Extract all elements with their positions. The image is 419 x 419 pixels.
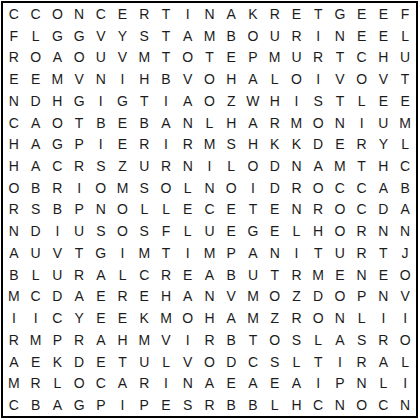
grid-cell[interactable]: B — [394, 177, 416, 199]
grid-cell[interactable]: O — [307, 112, 329, 134]
grid-cell[interactable]: E — [373, 264, 395, 286]
grid-cell[interactable]: A — [373, 177, 395, 199]
grid-cell[interactable]: H — [112, 329, 134, 351]
grid-cell[interactable]: N — [329, 307, 351, 329]
grid-cell[interactable]: U — [373, 112, 395, 134]
grid-cell[interactable]: B — [220, 264, 242, 286]
grid-cell[interactable]: V — [394, 286, 416, 308]
grid-cell[interactable]: T — [307, 3, 329, 25]
grid-cell[interactable]: U — [46, 264, 68, 286]
grid-cell[interactable]: G — [329, 3, 351, 25]
grid-cell[interactable]: L — [307, 329, 329, 351]
grid-cell[interactable]: W — [242, 90, 264, 112]
grid-cell[interactable]: H — [155, 286, 177, 308]
grid-cell[interactable]: C — [90, 373, 112, 395]
grid-cell[interactable]: G — [112, 90, 134, 112]
grid-cell[interactable]: A — [220, 307, 242, 329]
grid-cell[interactable]: A — [199, 373, 221, 395]
grid-cell[interactable]: M — [3, 373, 25, 395]
grid-cell[interactable]: O — [199, 68, 221, 90]
grid-cell[interactable]: D — [264, 155, 286, 177]
grid-cell[interactable]: C — [394, 155, 416, 177]
grid-cell[interactable]: E — [264, 220, 286, 242]
grid-cell[interactable]: E — [264, 199, 286, 221]
grid-cell[interactable]: B — [133, 112, 155, 134]
grid-cell[interactable]: H — [220, 112, 242, 134]
grid-cell[interactable]: R — [155, 264, 177, 286]
grid-cell[interactable]: L — [286, 220, 308, 242]
grid-cell[interactable]: I — [394, 373, 416, 395]
grid-cell[interactable]: N — [264, 242, 286, 264]
grid-cell[interactable]: O — [394, 329, 416, 351]
grid-cell[interactable]: N — [351, 373, 373, 395]
grid-cell[interactable]: A — [242, 373, 264, 395]
grid-cell[interactable]: D — [68, 351, 90, 373]
grid-cell[interactable]: V — [155, 329, 177, 351]
grid-cell[interactable]: S — [307, 90, 329, 112]
grid-cell[interactable]: S — [90, 155, 112, 177]
grid-cell[interactable]: U — [394, 46, 416, 68]
grid-cell[interactable]: V — [68, 68, 90, 90]
grid-cell[interactable]: B — [25, 394, 47, 416]
grid-cell[interactable]: O — [3, 177, 25, 199]
grid-cell[interactable]: Y — [373, 133, 395, 155]
grid-cell[interactable]: M — [394, 112, 416, 134]
grid-cell[interactable]: T — [329, 90, 351, 112]
grid-cell[interactable]: U — [264, 25, 286, 47]
grid-cell[interactable]: T — [373, 242, 395, 264]
grid-cell[interactable]: E — [90, 351, 112, 373]
grid-cell[interactable]: M — [3, 286, 25, 308]
grid-cell[interactable]: A — [394, 199, 416, 221]
grid-cell[interactable]: E — [394, 90, 416, 112]
grid-cell[interactable]: N — [90, 199, 112, 221]
grid-cell[interactable]: L — [394, 25, 416, 47]
grid-cell[interactable]: P — [46, 329, 68, 351]
grid-cell[interactable]: R — [3, 199, 25, 221]
grid-cell[interactable]: O — [307, 307, 329, 329]
grid-cell[interactable]: E — [373, 25, 395, 47]
grid-cell[interactable]: E — [373, 3, 395, 25]
grid-cell[interactable]: C — [3, 112, 25, 134]
grid-cell[interactable]: L — [264, 68, 286, 90]
grid-cell[interactable]: I — [177, 242, 199, 264]
grid-cell[interactable]: A — [220, 3, 242, 25]
grid-cell[interactable]: I — [46, 220, 68, 242]
grid-cell[interactable]: E — [220, 373, 242, 395]
grid-cell[interactable]: R — [286, 177, 308, 199]
grid-cell[interactable]: R — [68, 155, 90, 177]
grid-cell[interactable]: M — [329, 155, 351, 177]
grid-cell[interactable]: A — [46, 46, 68, 68]
grid-cell[interactable]: I — [90, 133, 112, 155]
grid-cell[interactable]: O — [112, 199, 134, 221]
grid-cell[interactable]: A — [155, 112, 177, 134]
grid-cell[interactable]: H — [373, 155, 395, 177]
grid-cell[interactable]: A — [25, 112, 47, 134]
grid-cell[interactable]: D — [264, 177, 286, 199]
grid-cell[interactable]: R — [264, 3, 286, 25]
grid-cell[interactable]: R — [286, 25, 308, 47]
grid-cell[interactable]: I — [177, 3, 199, 25]
grid-cell[interactable]: R — [307, 199, 329, 221]
grid-cell[interactable]: H — [307, 220, 329, 242]
grid-cell[interactable]: G — [46, 133, 68, 155]
grid-cell[interactable]: T — [242, 329, 264, 351]
grid-cell[interactable]: I — [68, 177, 90, 199]
grid-cell[interactable]: I — [177, 329, 199, 351]
grid-cell[interactable]: E — [220, 220, 242, 242]
grid-cell[interactable]: O — [242, 25, 264, 47]
grid-cell[interactable]: M — [307, 264, 329, 286]
grid-cell[interactable]: J — [394, 242, 416, 264]
grid-cell[interactable]: L — [351, 90, 373, 112]
grid-cell[interactable]: A — [286, 373, 308, 395]
grid-cell[interactable]: V — [112, 46, 134, 68]
grid-cell[interactable]: E — [177, 264, 199, 286]
grid-cell[interactable]: L — [394, 351, 416, 373]
grid-cell[interactable]: V — [220, 286, 242, 308]
grid-cell[interactable]: P — [220, 242, 242, 264]
grid-cell[interactable]: O — [177, 307, 199, 329]
grid-cell[interactable]: V — [373, 68, 395, 90]
grid-cell[interactable]: B — [220, 25, 242, 47]
grid-cell[interactable]: E — [112, 3, 134, 25]
grid-cell[interactable]: I — [112, 394, 134, 416]
grid-cell[interactable]: N — [394, 394, 416, 416]
grid-cell[interactable]: T — [68, 112, 90, 134]
grid-cell[interactable]: P — [329, 373, 351, 395]
grid-cell[interactable]: P — [351, 286, 373, 308]
grid-cell[interactable]: G — [68, 394, 90, 416]
grid-cell[interactable]: N — [394, 220, 416, 242]
grid-cell[interactable]: O — [351, 394, 373, 416]
grid-cell[interactable]: D — [220, 351, 242, 373]
grid-cell[interactable]: I — [112, 68, 134, 90]
grid-cell[interactable]: C — [25, 3, 47, 25]
grid-cell[interactable]: U — [25, 242, 47, 264]
grid-cell[interactable]: L — [351, 307, 373, 329]
grid-cell[interactable]: C — [307, 394, 329, 416]
grid-cell[interactable]: E — [177, 199, 199, 221]
grid-cell[interactable]: C — [351, 199, 373, 221]
grid-cell[interactable]: O — [25, 46, 47, 68]
grid-cell[interactable]: I — [351, 112, 373, 134]
grid-cell[interactable]: I — [394, 307, 416, 329]
grid-cell[interactable]: R — [133, 3, 155, 25]
grid-cell[interactable]: C — [329, 177, 351, 199]
grid-cell[interactable]: A — [112, 373, 134, 395]
grid-cell[interactable]: N — [68, 3, 90, 25]
grid-cell[interactable]: M — [199, 133, 221, 155]
grid-cell[interactable]: A — [242, 242, 264, 264]
grid-cell[interactable]: D — [46, 286, 68, 308]
grid-cell[interactable]: H — [199, 307, 221, 329]
grid-cell[interactable]: O — [155, 177, 177, 199]
grid-cell[interactable]: N — [286, 155, 308, 177]
grid-cell[interactable]: L — [155, 199, 177, 221]
grid-cell[interactable]: T — [307, 351, 329, 373]
grid-cell[interactable]: P — [242, 46, 264, 68]
grid-cell[interactable]: M — [112, 177, 134, 199]
grid-cell[interactable]: S — [133, 220, 155, 242]
grid-cell[interactable]: E — [264, 373, 286, 395]
grid-cell[interactable]: N — [199, 3, 221, 25]
grid-cell[interactable]: A — [242, 112, 264, 134]
grid-cell[interactable]: A — [177, 90, 199, 112]
grid-cell[interactable]: H — [46, 90, 68, 112]
grid-cell[interactable]: L — [373, 373, 395, 395]
grid-cell[interactable]: M — [286, 112, 308, 134]
grid-cell[interactable]: I — [90, 90, 112, 112]
grid-cell[interactable]: C — [46, 155, 68, 177]
grid-cell[interactable]: M — [199, 25, 221, 47]
grid-cell[interactable]: C — [3, 394, 25, 416]
grid-cell[interactable]: O — [286, 68, 308, 90]
grid-cell[interactable]: I — [286, 90, 308, 112]
grid-cell[interactable]: E — [329, 133, 351, 155]
grid-cell[interactable]: N — [329, 394, 351, 416]
grid-cell[interactable]: C — [90, 3, 112, 25]
grid-cell[interactable]: Z — [264, 307, 286, 329]
grid-cell[interactable]: R — [351, 133, 373, 155]
grid-cell[interactable]: A — [90, 329, 112, 351]
grid-cell[interactable]: E — [133, 286, 155, 308]
grid-cell[interactable]: L — [394, 133, 416, 155]
grid-cell[interactable]: N — [177, 112, 199, 134]
grid-cell[interactable]: M — [155, 307, 177, 329]
grid-cell[interactable]: E — [3, 68, 25, 90]
grid-cell[interactable]: N — [373, 286, 395, 308]
grid-cell[interactable]: T — [155, 3, 177, 25]
grid-cell[interactable]: C — [46, 307, 68, 329]
grid-cell[interactable]: G — [90, 242, 112, 264]
grid-cell[interactable]: M — [242, 286, 264, 308]
grid-cell[interactable]: E — [25, 351, 47, 373]
grid-cell[interactable]: I — [3, 307, 25, 329]
grid-cell[interactable]: R — [25, 373, 47, 395]
grid-cell[interactable]: E — [351, 3, 373, 25]
grid-cell[interactable]: T — [264, 264, 286, 286]
grid-cell[interactable]: L — [46, 373, 68, 395]
grid-cell[interactable]: N — [177, 373, 199, 395]
grid-cell[interactable]: E — [220, 199, 242, 221]
grid-cell[interactable]: P — [90, 394, 112, 416]
grid-cell[interactable]: R — [133, 133, 155, 155]
grid-cell[interactable]: I — [242, 177, 264, 199]
grid-cell[interactable]: S — [351, 329, 373, 351]
grid-cell[interactable]: E — [90, 286, 112, 308]
grid-cell[interactable]: H — [373, 46, 395, 68]
grid-cell[interactable]: O — [68, 373, 90, 395]
grid-cell[interactable]: R — [177, 133, 199, 155]
grid-cell[interactable]: R — [3, 46, 25, 68]
grid-cell[interactable]: T — [133, 90, 155, 112]
grid-cell[interactable]: L — [199, 112, 221, 134]
grid-cell[interactable]: Z — [112, 155, 134, 177]
grid-cell[interactable]: B — [46, 199, 68, 221]
grid-cell[interactable]: O — [329, 286, 351, 308]
grid-cell[interactable]: R — [3, 329, 25, 351]
grid-cell[interactable]: O — [46, 3, 68, 25]
grid-cell[interactable]: T — [242, 199, 264, 221]
grid-cell[interactable]: D — [373, 199, 395, 221]
grid-cell[interactable]: H — [3, 155, 25, 177]
grid-cell[interactable]: O — [220, 177, 242, 199]
grid-cell[interactable]: O — [329, 199, 351, 221]
grid-cell[interactable]: I — [25, 307, 47, 329]
grid-cell[interactable]: B — [242, 394, 264, 416]
grid-cell[interactable]: U — [242, 264, 264, 286]
grid-cell[interactable]: N — [373, 220, 395, 242]
grid-cell[interactable]: E — [90, 307, 112, 329]
grid-cell[interactable]: K — [286, 133, 308, 155]
grid-cell[interactable]: E — [112, 133, 134, 155]
grid-cell[interactable]: V — [177, 351, 199, 373]
grid-cell[interactable]: E — [373, 90, 395, 112]
grid-cell[interactable]: G — [46, 25, 68, 47]
grid-cell[interactable]: H — [286, 394, 308, 416]
grid-cell[interactable]: F — [155, 220, 177, 242]
grid-cell[interactable]: I — [329, 351, 351, 373]
grid-cell[interactable]: S — [25, 199, 47, 221]
grid-cell[interactable]: R — [286, 264, 308, 286]
grid-cell[interactable]: Z — [220, 90, 242, 112]
grid-cell[interactable]: N — [177, 155, 199, 177]
grid-cell[interactable]: L — [25, 264, 47, 286]
grid-cell[interactable]: O — [242, 155, 264, 177]
grid-cell[interactable]: K — [46, 351, 68, 373]
grid-cell[interactable]: B — [220, 394, 242, 416]
grid-cell[interactable]: K — [242, 3, 264, 25]
grid-cell[interactable]: R — [351, 220, 373, 242]
grid-cell[interactable]: O — [90, 177, 112, 199]
grid-cell[interactable]: O — [264, 286, 286, 308]
grid-cell[interactable]: L — [112, 264, 134, 286]
grid-cell[interactable]: O — [68, 46, 90, 68]
grid-cell[interactable]: H — [133, 68, 155, 90]
grid-cell[interactable]: O — [394, 264, 416, 286]
grid-cell[interactable]: M — [25, 329, 47, 351]
grid-cell[interactable]: I — [286, 242, 308, 264]
grid-cell[interactable]: N — [199, 177, 221, 199]
grid-cell[interactable]: A — [25, 155, 47, 177]
grid-cell[interactable]: N — [90, 68, 112, 90]
grid-cell[interactable]: Y — [112, 25, 134, 47]
grid-cell[interactable]: C — [351, 46, 373, 68]
grid-cell[interactable]: R — [199, 329, 221, 351]
grid-cell[interactable]: U — [286, 46, 308, 68]
grid-cell[interactable]: N — [351, 264, 373, 286]
grid-cell[interactable]: P — [68, 133, 90, 155]
grid-cell[interactable]: T — [351, 155, 373, 177]
grid-cell[interactable]: E — [155, 394, 177, 416]
grid-cell[interactable]: V — [329, 68, 351, 90]
grid-cell[interactable]: I — [155, 90, 177, 112]
grid-cell[interactable]: E — [112, 307, 134, 329]
grid-cell[interactable]: A — [177, 286, 199, 308]
grid-cell[interactable]: N — [3, 220, 25, 242]
grid-cell[interactable]: U — [199, 220, 221, 242]
grid-cell[interactable]: T — [307, 242, 329, 264]
grid-cell[interactable]: D — [25, 220, 47, 242]
grid-cell[interactable]: H — [264, 90, 286, 112]
grid-cell[interactable]: O — [199, 351, 221, 373]
grid-cell[interactable]: G — [242, 220, 264, 242]
grid-cell[interactable]: V — [177, 68, 199, 90]
grid-cell[interactable]: I — [373, 307, 395, 329]
grid-cell[interactable]: H — [242, 133, 264, 155]
grid-cell[interactable]: C — [25, 286, 47, 308]
grid-cell[interactable]: R — [307, 46, 329, 68]
grid-cell[interactable]: U — [68, 220, 90, 242]
grid-cell[interactable]: T — [155, 242, 177, 264]
grid-cell[interactable]: S — [286, 329, 308, 351]
grid-cell[interactable]: V — [46, 242, 68, 264]
grid-cell[interactable]: U — [133, 155, 155, 177]
grid-cell[interactable]: H — [3, 133, 25, 155]
grid-cell[interactable]: I — [199, 155, 221, 177]
grid-cell[interactable]: S — [264, 351, 286, 373]
grid-cell[interactable]: T — [112, 351, 134, 373]
grid-cell[interactable]: R — [112, 286, 134, 308]
grid-cell[interactable]: E — [112, 112, 134, 134]
grid-cell[interactable]: A — [68, 286, 90, 308]
grid-cell[interactable]: E — [286, 3, 308, 25]
grid-cell[interactable]: M — [133, 329, 155, 351]
grid-cell[interactable]: N — [3, 90, 25, 112]
grid-cell[interactable]: A — [3, 351, 25, 373]
grid-cell[interactable]: D — [307, 133, 329, 155]
grid-cell[interactable]: O — [199, 90, 221, 112]
grid-cell[interactable]: L — [25, 25, 47, 47]
grid-cell[interactable]: S — [133, 25, 155, 47]
grid-cell[interactable]: B — [25, 177, 47, 199]
grid-cell[interactable]: T — [155, 46, 177, 68]
grid-cell[interactable]: G — [68, 90, 90, 112]
grid-cell[interactable]: A — [373, 351, 395, 373]
grid-cell[interactable]: M — [199, 242, 221, 264]
grid-cell[interactable]: A — [177, 25, 199, 47]
grid-cell[interactable]: H — [220, 68, 242, 90]
grid-cell[interactable]: A — [25, 133, 47, 155]
grid-cell[interactable]: C — [351, 177, 373, 199]
grid-cell[interactable]: Z — [286, 286, 308, 308]
grid-cell[interactable]: B — [3, 264, 25, 286]
grid-cell[interactable]: E — [351, 25, 373, 47]
grid-cell[interactable]: O — [112, 220, 134, 242]
grid-cell[interactable]: L — [133, 199, 155, 221]
grid-cell[interactable]: A — [199, 264, 221, 286]
grid-cell[interactable]: U — [90, 46, 112, 68]
grid-cell[interactable]: O — [46, 112, 68, 134]
grid-cell[interactable]: S — [133, 177, 155, 199]
grid-cell[interactable]: L — [177, 177, 199, 199]
grid-cell[interactable]: L — [220, 155, 242, 177]
grid-cell[interactable]: K — [133, 307, 155, 329]
grid-cell[interactable]: R — [68, 264, 90, 286]
grid-cell[interactable]: I — [307, 373, 329, 395]
grid-cell[interactable]: F — [3, 25, 25, 47]
grid-cell[interactable]: N — [286, 199, 308, 221]
grid-cell[interactable]: M — [46, 68, 68, 90]
grid-cell[interactable]: R — [286, 307, 308, 329]
grid-cell[interactable]: F — [394, 3, 416, 25]
grid-cell[interactable]: I — [155, 373, 177, 395]
grid-cell[interactable]: C — [373, 394, 395, 416]
grid-cell[interactable]: R — [155, 155, 177, 177]
grid-cell[interactable]: I — [155, 133, 177, 155]
